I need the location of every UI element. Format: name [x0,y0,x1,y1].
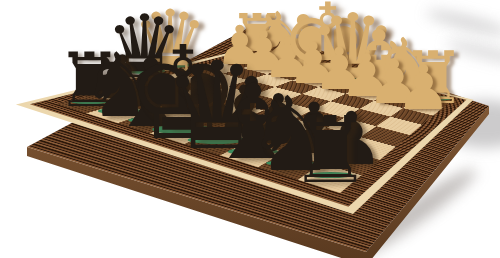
chess-set-photo: ♜♞♝♛♚♝♞♜♟♟♟♟♟♟♟♟♟♟♟♟♟♟♟♟♜♞♝♛♚♝♞♜♛♛ [0,0,500,258]
piece-black-rook-a8: ♜ [289,104,372,196]
piece-white-pawn-a2: ♟ [396,58,451,120]
